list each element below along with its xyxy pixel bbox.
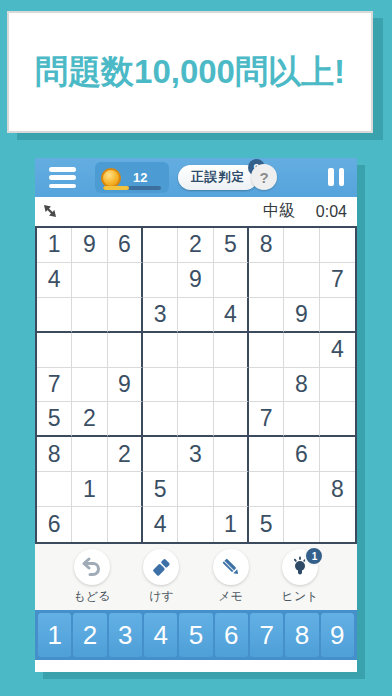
sudoku-cell[interactable]: 5 [143, 472, 178, 507]
sudoku-cell[interactable]: 1 [37, 228, 72, 263]
sudoku-cell[interactable] [143, 437, 178, 472]
sudoku-cell[interactable]: 9 [178, 263, 213, 298]
sudoku-cell[interactable] [72, 298, 107, 333]
numpad-key[interactable]: 1 [38, 613, 71, 657]
sudoku-cell[interactable] [249, 263, 284, 298]
sudoku-board: 196258497349479852782361586415 [35, 226, 357, 544]
coin-count: 12 [133, 170, 147, 185]
sudoku-cell[interactable]: 8 [37, 437, 72, 472]
pause-button[interactable] [328, 168, 344, 186]
memo-button[interactable]: メモ [213, 549, 249, 605]
sudoku-cell[interactable]: 9 [72, 228, 107, 263]
numpad-key[interactable]: 6 [215, 613, 248, 657]
promo-banner: 問題数10,000問以上! [7, 11, 373, 133]
difficulty-label: 中級 [263, 201, 295, 222]
sudoku-cell[interactable] [72, 333, 107, 368]
numpad-key[interactable]: 3 [109, 613, 142, 657]
sudoku-cell[interactable]: 3 [143, 298, 178, 333]
sudoku-cell[interactable] [143, 368, 178, 403]
undo-label: もどる [74, 588, 111, 605]
sudoku-cell[interactable] [37, 298, 72, 333]
hint-count-badge: 1 [304, 546, 324, 566]
erase-label: けす [149, 588, 174, 605]
sudoku-cell[interactable]: 5 [37, 402, 72, 437]
sudoku-cell[interactable] [108, 507, 143, 542]
app-screenshot: 12 正誤判定 9 ? 中級 0:04 19625849734947985278… [35, 158, 357, 672]
sudoku-cell[interactable] [320, 507, 355, 542]
numpad-key[interactable]: 9 [321, 613, 354, 657]
sudoku-cell[interactable] [249, 333, 284, 368]
sudoku-cell[interactable] [108, 298, 143, 333]
sudoku-cell[interactable] [320, 402, 355, 437]
sudoku-cell[interactable]: 4 [37, 263, 72, 298]
undo-button[interactable]: もどる [74, 549, 111, 605]
sudoku-cell[interactable] [320, 298, 355, 333]
sudoku-cell[interactable] [214, 368, 249, 403]
sudoku-cell[interactable] [284, 402, 319, 437]
sudoku-cell[interactable] [178, 333, 213, 368]
numpad-key[interactable]: 2 [73, 613, 106, 657]
sudoku-cell[interactable] [320, 228, 355, 263]
number-pad: 123456789 [35, 610, 357, 660]
sudoku-cell[interactable] [143, 333, 178, 368]
sudoku-cell[interactable] [72, 368, 107, 403]
sudoku-cell[interactable] [249, 472, 284, 507]
memo-label: メモ [218, 588, 243, 605]
fullscreen-icon[interactable] [41, 202, 59, 220]
undo-icon [80, 555, 104, 579]
sudoku-cell[interactable] [284, 472, 319, 507]
sudoku-cell[interactable]: 7 [37, 368, 72, 403]
toolbar: もどる けす [35, 544, 357, 610]
sudoku-cell[interactable] [72, 507, 107, 542]
sudoku-cell[interactable] [178, 507, 213, 542]
sudoku-cell[interactable] [178, 368, 213, 403]
sudoku-cell[interactable]: 2 [178, 228, 213, 263]
numpad-key[interactable]: 5 [179, 613, 212, 657]
sudoku-cell[interactable] [284, 263, 319, 298]
sudoku-cell[interactable] [284, 333, 319, 368]
sudoku-cell[interactable] [143, 263, 178, 298]
sudoku-cell[interactable] [214, 402, 249, 437]
sudoku-cell[interactable] [143, 228, 178, 263]
sudoku-cell[interactable]: 7 [249, 402, 284, 437]
bottom-strip [35, 660, 357, 672]
sudoku-cell[interactable]: 5 [249, 507, 284, 542]
sudoku-cell[interactable] [108, 263, 143, 298]
sudoku-cell[interactable] [178, 472, 213, 507]
sudoku-cell[interactable] [178, 298, 213, 333]
sudoku-cell[interactable]: 8 [284, 368, 319, 403]
sudoku-cell[interactable]: 4 [143, 507, 178, 542]
sudoku-cell[interactable]: 8 [249, 228, 284, 263]
sudoku-cell[interactable]: 6 [284, 437, 319, 472]
sudoku-cell[interactable] [72, 437, 107, 472]
timer: 0:04 [316, 203, 347, 221]
sudoku-cell[interactable] [108, 333, 143, 368]
game-status-bar: 中級 0:04 [35, 197, 357, 226]
sudoku-cell[interactable] [214, 263, 249, 298]
sudoku-cell[interactable]: 8 [320, 472, 355, 507]
sudoku-cell[interactable] [37, 472, 72, 507]
sudoku-cell[interactable] [249, 437, 284, 472]
hint-label: ヒント [282, 588, 319, 605]
question-mark-icon: ? [259, 169, 268, 186]
check-answers-label: 正誤判定 [191, 169, 245, 186]
sudoku-cell[interactable] [143, 402, 178, 437]
sudoku-cell[interactable] [320, 368, 355, 403]
sudoku-cell[interactable] [249, 298, 284, 333]
erase-button[interactable]: けす [143, 549, 179, 605]
numpad-key[interactable]: 4 [144, 613, 177, 657]
sudoku-cell[interactable] [178, 402, 213, 437]
sudoku-cell[interactable]: 6 [37, 507, 72, 542]
sudoku-cell[interactable]: 2 [108, 437, 143, 472]
sudoku-cell[interactable] [214, 437, 249, 472]
memo-pencil-icon [219, 555, 243, 579]
app-bar: 12 正誤判定 9 ? [35, 158, 357, 197]
sudoku-cell[interactable] [284, 507, 319, 542]
check-answers-button[interactable]: 正誤判定 9 [178, 165, 258, 190]
sudoku-cell[interactable]: 1 [72, 472, 107, 507]
menu-icon[interactable] [49, 167, 76, 188]
coin-icon [101, 168, 121, 188]
sudoku-cell[interactable]: 4 [320, 333, 355, 368]
sudoku-cell[interactable] [214, 333, 249, 368]
sudoku-cell[interactable] [108, 472, 143, 507]
sudoku-cell[interactable]: 9 [108, 368, 143, 403]
eraser-icon [149, 555, 173, 579]
sudoku-cell[interactable] [108, 402, 143, 437]
sudoku-cell[interactable]: 1 [214, 507, 249, 542]
sudoku-cell[interactable]: 6 [108, 228, 143, 263]
sudoku-cell[interactable]: 7 [320, 263, 355, 298]
sudoku-cell[interactable] [249, 368, 284, 403]
promo-banner-text: 問題数10,000問以上! [35, 50, 345, 95]
coin-progress-bar [103, 186, 161, 190]
numpad-key[interactable]: 7 [250, 613, 283, 657]
hint-button[interactable]: 1 ヒント [282, 549, 319, 605]
numpad-key[interactable]: 8 [285, 613, 318, 657]
coin-counter[interactable]: 12 [95, 162, 169, 193]
sudoku-cell[interactable] [320, 437, 355, 472]
sudoku-cell[interactable]: 2 [72, 402, 107, 437]
sudoku-cell[interactable]: 3 [178, 437, 213, 472]
sudoku-cell[interactable]: 9 [284, 298, 319, 333]
sudoku-cell[interactable] [284, 228, 319, 263]
sudoku-cell[interactable] [37, 333, 72, 368]
help-button[interactable]: ? [251, 164, 277, 190]
sudoku-cell[interactable]: 5 [214, 228, 249, 263]
sudoku-cell[interactable]: 4 [214, 298, 249, 333]
sudoku-cell[interactable] [72, 263, 107, 298]
sudoku-cell[interactable] [214, 472, 249, 507]
